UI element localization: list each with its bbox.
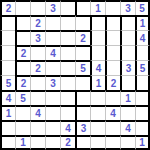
given-cell-r6c7: 1 — [90, 75, 105, 90]
given-cell-r1c9: 3 — [120, 0, 135, 15]
empty-cell-r3c5[interactable] — [60, 30, 75, 45]
empty-cell-r7c6[interactable] — [75, 90, 90, 105]
empty-cell-r2c5[interactable] — [60, 15, 75, 30]
given-cell-r6c8: 2 — [105, 75, 120, 90]
empty-cell-r3c2[interactable] — [15, 30, 30, 45]
empty-cell-r2c2[interactable] — [15, 15, 30, 30]
given-cell-r9c5: 4 — [60, 120, 75, 135]
given-cell-r10c10: 1 — [135, 135, 150, 150]
given-cell-r7c1: 4 — [0, 90, 15, 105]
empty-cell-r6c5[interactable] — [60, 75, 75, 90]
given-cell-r5c10: 5 — [135, 60, 150, 75]
empty-cell-r8c4[interactable] — [45, 105, 60, 120]
empty-cell-r2c6[interactable] — [75, 15, 90, 30]
empty-cell-r2c8[interactable] — [105, 15, 120, 30]
empty-cell-r9c1[interactable] — [0, 120, 15, 135]
given-cell-r1c4: 3 — [45, 0, 60, 15]
empty-cell-r4c5[interactable] — [60, 45, 75, 60]
empty-cell-r7c8[interactable] — [105, 90, 120, 105]
empty-cell-r2c4[interactable] — [45, 15, 60, 30]
empty-cell-r5c8[interactable] — [105, 60, 120, 75]
empty-cell-r1c8[interactable] — [105, 0, 120, 15]
empty-cell-r4c1[interactable] — [0, 45, 15, 60]
empty-cell-r5c5[interactable] — [60, 60, 75, 75]
empty-cell-r10c6[interactable] — [75, 135, 90, 150]
empty-cell-r6c10[interactable] — [135, 75, 150, 90]
given-cell-r1c1: 2 — [0, 0, 15, 15]
empty-cell-r8c10[interactable] — [135, 105, 150, 120]
given-cell-r3c3: 3 — [30, 30, 45, 45]
empty-cell-r5c4[interactable] — [45, 60, 60, 75]
empty-cell-r4c10[interactable] — [135, 45, 150, 60]
empty-cell-r9c10[interactable] — [135, 120, 150, 135]
given-cell-r7c2: 5 — [15, 90, 30, 105]
puzzle-grid: 2313521324242543552312451144434121 — [0, 0, 150, 150]
empty-cell-r10c4[interactable] — [45, 135, 60, 150]
empty-cell-r2c7[interactable] — [90, 15, 105, 30]
empty-cell-r8c6[interactable] — [75, 105, 90, 120]
empty-cell-r10c7[interactable] — [90, 135, 105, 150]
empty-cell-r6c9[interactable] — [120, 75, 135, 90]
empty-cell-r4c3[interactable] — [30, 45, 45, 60]
empty-cell-r8c2[interactable] — [15, 105, 30, 120]
given-cell-r7c9: 1 — [120, 90, 135, 105]
empty-cell-r7c10[interactable] — [135, 90, 150, 105]
given-cell-r6c2: 2 — [15, 75, 30, 90]
empty-cell-r1c3[interactable] — [30, 0, 45, 15]
empty-cell-r8c9[interactable] — [120, 105, 135, 120]
empty-cell-r10c9[interactable] — [120, 135, 135, 150]
given-cell-r8c8: 4 — [105, 105, 120, 120]
empty-cell-r4c9[interactable] — [120, 45, 135, 60]
empty-cell-r3c7[interactable] — [90, 30, 105, 45]
empty-cell-r4c6[interactable] — [75, 45, 90, 60]
empty-cell-r4c7[interactable] — [90, 45, 105, 60]
empty-cell-r3c8[interactable] — [105, 30, 120, 45]
given-cell-r2c3: 2 — [30, 15, 45, 30]
empty-cell-r5c1[interactable] — [0, 60, 15, 75]
empty-cell-r9c8[interactable] — [105, 120, 120, 135]
empty-cell-r10c8[interactable] — [105, 135, 120, 150]
given-cell-r5c7: 4 — [90, 60, 105, 75]
given-cell-r4c2: 2 — [15, 45, 30, 60]
empty-cell-r9c4[interactable] — [45, 120, 60, 135]
given-cell-r10c2: 1 — [15, 135, 30, 150]
empty-cell-r7c3[interactable] — [30, 90, 45, 105]
empty-cell-r8c5[interactable] — [60, 105, 75, 120]
empty-cell-r3c1[interactable] — [0, 30, 15, 45]
empty-cell-r6c6[interactable] — [75, 75, 90, 90]
empty-cell-r9c2[interactable] — [15, 120, 30, 135]
empty-cell-r4c8[interactable] — [105, 45, 120, 60]
given-cell-r1c10: 5 — [135, 0, 150, 15]
given-cell-r10c5: 2 — [60, 135, 75, 150]
empty-cell-r1c2[interactable] — [15, 0, 30, 15]
empty-cell-r2c1[interactable] — [0, 15, 15, 30]
given-cell-r9c6: 3 — [75, 120, 90, 135]
given-cell-r6c4: 3 — [45, 75, 60, 90]
given-cell-r1c7: 1 — [90, 0, 105, 15]
empty-cell-r7c4[interactable] — [45, 90, 60, 105]
given-cell-r4c4: 4 — [45, 45, 60, 60]
empty-cell-r6c3[interactable] — [30, 75, 45, 90]
empty-cell-r2c9[interactable] — [120, 15, 135, 30]
given-cell-r9c9: 4 — [120, 120, 135, 135]
empty-cell-r5c2[interactable] — [15, 60, 30, 75]
given-cell-r3c6: 2 — [75, 30, 90, 45]
empty-cell-r1c6[interactable] — [75, 0, 90, 15]
empty-cell-r10c1[interactable] — [0, 135, 15, 150]
puzzle-page: 2313521324242543552312451144434121 — [0, 0, 150, 150]
empty-cell-r3c9[interactable] — [120, 30, 135, 45]
empty-cell-r10c3[interactable] — [30, 135, 45, 150]
empty-cell-r7c5[interactable] — [60, 90, 75, 105]
empty-cell-r9c7[interactable] — [90, 120, 105, 135]
empty-cell-r3c4[interactable] — [45, 30, 60, 45]
given-cell-r5c9: 3 — [120, 60, 135, 75]
empty-cell-r7c7[interactable] — [90, 90, 105, 105]
empty-cell-r8c7[interactable] — [90, 105, 105, 120]
given-cell-r6c1: 5 — [0, 75, 15, 90]
empty-cell-r1c5[interactable] — [60, 0, 75, 15]
given-cell-r5c3: 2 — [30, 60, 45, 75]
given-cell-r8c3: 4 — [30, 105, 45, 120]
empty-cell-r9c3[interactable] — [30, 120, 45, 135]
given-cell-r3c10: 4 — [135, 30, 150, 45]
given-cell-r2c10: 1 — [135, 15, 150, 30]
given-cell-r8c1: 1 — [0, 105, 15, 120]
given-cell-r5c6: 5 — [75, 60, 90, 75]
